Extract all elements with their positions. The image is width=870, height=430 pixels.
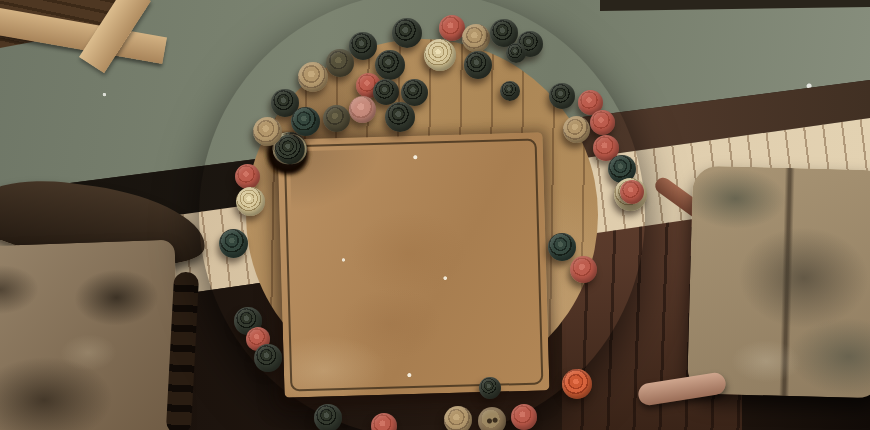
loose-checker-olive[interactable] bbox=[326, 49, 354, 77]
loose-checker-red[interactable] bbox=[511, 404, 537, 430]
loose-checker-dark[interactable] bbox=[349, 32, 377, 60]
loose-checker-darkteal[interactable] bbox=[219, 229, 248, 258]
loose-checker-dark[interactable] bbox=[506, 43, 526, 63]
scene bbox=[0, 0, 870, 430]
loose-checker-red[interactable] bbox=[590, 110, 615, 135]
board-grid bbox=[290, 145, 537, 386]
loose-checker-button[interactable] bbox=[478, 407, 506, 430]
loose-checker-tan[interactable] bbox=[462, 24, 490, 52]
loose-checker-dark[interactable] bbox=[385, 102, 415, 132]
loose-checker-dark[interactable] bbox=[549, 83, 575, 109]
loose-checker-tan[interactable] bbox=[298, 62, 328, 92]
loose-checker-dark[interactable] bbox=[392, 18, 422, 48]
left-stool-seat bbox=[0, 240, 181, 430]
loose-checker-cream[interactable] bbox=[424, 39, 456, 71]
loose-checker-red[interactable] bbox=[235, 164, 260, 189]
loose-checker-cream[interactable] bbox=[236, 187, 265, 216]
loose-checker-dark[interactable] bbox=[254, 344, 282, 372]
loose-checker-tan[interactable] bbox=[444, 406, 472, 430]
loose-checker-red[interactable] bbox=[570, 256, 597, 283]
right-stool-seat bbox=[687, 165, 870, 398]
checkers-board[interactable] bbox=[277, 132, 549, 397]
loose-checker-tan[interactable] bbox=[563, 116, 590, 143]
loose-checker-dark[interactable] bbox=[314, 404, 342, 430]
loose-checker-pink[interactable] bbox=[349, 96, 376, 123]
loose-checker-darkteal[interactable] bbox=[291, 107, 320, 136]
loose-checker-orange[interactable] bbox=[562, 369, 592, 399]
loose-checker-dark[interactable] bbox=[464, 51, 492, 79]
loose-checker-darkteal[interactable] bbox=[548, 233, 576, 261]
loose-checker-dark[interactable] bbox=[375, 50, 405, 80]
loose-checker-dark[interactable] bbox=[373, 79, 399, 105]
loose-checker-dark[interactable] bbox=[401, 79, 428, 106]
loose-checker-tan[interactable] bbox=[253, 117, 282, 146]
loose-checker-red[interactable] bbox=[620, 180, 644, 204]
loose-checker-dark[interactable] bbox=[500, 81, 520, 101]
loose-checker-dark[interactable] bbox=[479, 377, 501, 399]
loose-checker-olive[interactable] bbox=[323, 105, 350, 132]
